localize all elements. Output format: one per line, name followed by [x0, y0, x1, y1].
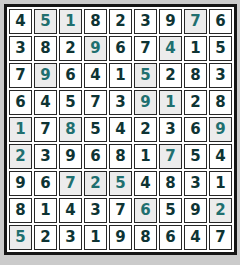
- cell-r9c1[interactable]: 5: [9, 225, 32, 250]
- cell-r1c4[interactable]: 8: [84, 9, 107, 34]
- cell-r3c7[interactable]: 2: [159, 63, 182, 88]
- cell-r1c5[interactable]: 2: [109, 9, 132, 34]
- cell-r5c3[interactable]: 8: [59, 117, 82, 142]
- cell-r1c7[interactable]: 9: [159, 9, 182, 34]
- cell-r6c4[interactable]: 6: [84, 144, 107, 169]
- cell-r9c4[interactable]: 1: [84, 225, 107, 250]
- cell-r2c4[interactable]: 9: [84, 36, 107, 61]
- cell-r6c6[interactable]: 1: [134, 144, 157, 169]
- cell-r7c9[interactable]: 1: [209, 171, 232, 196]
- sudoku-grid: 4518239763829674157964152836457391281785…: [9, 9, 232, 250]
- cell-r6c2[interactable]: 3: [34, 144, 57, 169]
- cell-r2c2[interactable]: 8: [34, 36, 57, 61]
- cell-r3c6[interactable]: 5: [134, 63, 157, 88]
- cell-r7c3[interactable]: 7: [59, 171, 82, 196]
- cell-r2c3[interactable]: 2: [59, 36, 82, 61]
- cell-r9c2[interactable]: 2: [34, 225, 57, 250]
- cell-r1c9[interactable]: 6: [209, 9, 232, 34]
- cell-r6c9[interactable]: 4: [209, 144, 232, 169]
- cell-r3c4[interactable]: 4: [84, 63, 107, 88]
- cell-r2c6[interactable]: 7: [134, 36, 157, 61]
- cell-r3c8[interactable]: 8: [184, 63, 207, 88]
- cell-r7c7[interactable]: 8: [159, 171, 182, 196]
- cell-r4c5[interactable]: 3: [109, 90, 132, 115]
- cell-r4c3[interactable]: 5: [59, 90, 82, 115]
- sudoku-board: 4518239763829674157964152836457391281785…: [4, 4, 237, 255]
- cell-r7c4[interactable]: 2: [84, 171, 107, 196]
- cell-r6c1[interactable]: 2: [9, 144, 32, 169]
- cell-r8c3[interactable]: 4: [59, 198, 82, 223]
- cell-r7c8[interactable]: 3: [184, 171, 207, 196]
- cell-r5c8[interactable]: 6: [184, 117, 207, 142]
- cell-r1c8[interactable]: 7: [184, 9, 207, 34]
- cell-r3c9[interactable]: 3: [209, 63, 232, 88]
- cell-r5c1[interactable]: 1: [9, 117, 32, 142]
- cell-r2c9[interactable]: 5: [209, 36, 232, 61]
- cell-r6c5[interactable]: 8: [109, 144, 132, 169]
- cell-r4c4[interactable]: 7: [84, 90, 107, 115]
- cell-r1c6[interactable]: 3: [134, 9, 157, 34]
- cell-r9c8[interactable]: 4: [184, 225, 207, 250]
- cell-r5c2[interactable]: 7: [34, 117, 57, 142]
- cell-r2c1[interactable]: 3: [9, 36, 32, 61]
- cell-r4c6[interactable]: 9: [134, 90, 157, 115]
- cell-r4c7[interactable]: 1: [159, 90, 182, 115]
- cell-r1c2[interactable]: 5: [34, 9, 57, 34]
- cell-r3c3[interactable]: 6: [59, 63, 82, 88]
- cell-r8c8[interactable]: 9: [184, 198, 207, 223]
- cell-r5c7[interactable]: 3: [159, 117, 182, 142]
- cell-r7c6[interactable]: 4: [134, 171, 157, 196]
- cell-r9c6[interactable]: 8: [134, 225, 157, 250]
- cell-r2c7[interactable]: 4: [159, 36, 182, 61]
- cell-r6c3[interactable]: 9: [59, 144, 82, 169]
- cell-r7c5[interactable]: 5: [109, 171, 132, 196]
- cell-r8c4[interactable]: 3: [84, 198, 107, 223]
- cell-r6c7[interactable]: 7: [159, 144, 182, 169]
- cell-r3c2[interactable]: 9: [34, 63, 57, 88]
- cell-r5c5[interactable]: 4: [109, 117, 132, 142]
- cell-r2c5[interactable]: 6: [109, 36, 132, 61]
- cell-r6c8[interactable]: 5: [184, 144, 207, 169]
- cell-r5c9[interactable]: 9: [209, 117, 232, 142]
- cell-r7c1[interactable]: 9: [9, 171, 32, 196]
- cell-r4c8[interactable]: 2: [184, 90, 207, 115]
- cell-r8c7[interactable]: 5: [159, 198, 182, 223]
- cell-r1c3[interactable]: 1: [59, 9, 82, 34]
- cell-r7c2[interactable]: 6: [34, 171, 57, 196]
- cell-r4c2[interactable]: 4: [34, 90, 57, 115]
- cell-r2c8[interactable]: 1: [184, 36, 207, 61]
- cell-r4c1[interactable]: 6: [9, 90, 32, 115]
- cell-r3c1[interactable]: 7: [9, 63, 32, 88]
- cell-r4c9[interactable]: 8: [209, 90, 232, 115]
- cell-r8c2[interactable]: 1: [34, 198, 57, 223]
- cell-r9c9[interactable]: 7: [209, 225, 232, 250]
- cell-r8c9[interactable]: 2: [209, 198, 232, 223]
- cell-r9c3[interactable]: 3: [59, 225, 82, 250]
- cell-r8c6[interactable]: 6: [134, 198, 157, 223]
- cell-r9c7[interactable]: 6: [159, 225, 182, 250]
- cell-r5c4[interactable]: 5: [84, 117, 107, 142]
- cell-r3c5[interactable]: 1: [109, 63, 132, 88]
- cell-r5c6[interactable]: 2: [134, 117, 157, 142]
- cell-r8c1[interactable]: 8: [9, 198, 32, 223]
- cell-r8c5[interactable]: 7: [109, 198, 132, 223]
- cell-r1c1[interactable]: 4: [9, 9, 32, 34]
- cell-r9c5[interactable]: 9: [109, 225, 132, 250]
